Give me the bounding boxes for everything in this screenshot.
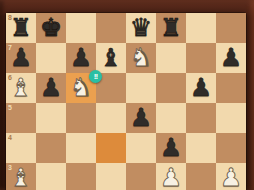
square-a4[interactable]: 4 xyxy=(6,133,36,163)
square-g4[interactable] xyxy=(186,133,216,163)
piece-white-bishop-a6[interactable]: ♝ xyxy=(6,73,36,103)
square-d8[interactable] xyxy=(96,13,126,43)
square-b3[interactable] xyxy=(36,163,66,190)
square-a5[interactable]: 5 xyxy=(6,103,36,133)
square-h5[interactable] xyxy=(216,103,246,133)
square-d5[interactable] xyxy=(96,103,126,133)
brilliant-move-badge: !! xyxy=(89,70,102,83)
square-h8[interactable] xyxy=(216,13,246,43)
piece-white-knight-e7[interactable]: ♞ xyxy=(126,43,156,73)
square-b6[interactable]: ♟ xyxy=(36,73,66,103)
square-h3[interactable]: ♟ xyxy=(216,163,246,190)
square-e5[interactable]: ♟ xyxy=(126,103,156,133)
square-f4[interactable]: ♟ xyxy=(156,133,186,163)
square-e8[interactable]: ♛ xyxy=(126,13,156,43)
piece-black-rook-a8[interactable]: ♜ xyxy=(6,13,36,43)
square-c8[interactable] xyxy=(66,13,96,43)
piece-black-pawn-e5[interactable]: ♟ xyxy=(126,103,156,133)
square-f5[interactable] xyxy=(156,103,186,133)
square-d4[interactable] xyxy=(96,133,126,163)
square-c5[interactable] xyxy=(66,103,96,133)
app-background: 8♜♚♛♜7♟♟♝♞♟6♝♟♞!!♟5♟4♟3♝♟♟ xyxy=(0,0,254,190)
piece-black-pawn-c7[interactable]: ♟ xyxy=(66,43,96,73)
square-b8[interactable]: ♚ xyxy=(36,13,66,43)
square-f6[interactable] xyxy=(156,73,186,103)
piece-black-queen-e8[interactable]: ♛ xyxy=(126,13,156,43)
square-h7[interactable]: ♟ xyxy=(216,43,246,73)
piece-black-pawn-a7[interactable]: ♟ xyxy=(6,43,36,73)
square-b5[interactable] xyxy=(36,103,66,133)
piece-white-bishop-a3[interactable]: ♝ xyxy=(6,163,36,190)
square-g3[interactable] xyxy=(186,163,216,190)
square-f7[interactable] xyxy=(156,43,186,73)
rank-label-5: 5 xyxy=(8,104,12,112)
square-d7[interactable]: ♝ xyxy=(96,43,126,73)
square-a8[interactable]: 8♜ xyxy=(6,13,36,43)
chess-board: 8♜♚♛♜7♟♟♝♞♟6♝♟♞!!♟5♟4♟3♝♟♟ xyxy=(6,13,246,190)
square-e3[interactable] xyxy=(126,163,156,190)
piece-black-pawn-f4[interactable]: ♟ xyxy=(156,133,186,163)
square-a7[interactable]: 7♟ xyxy=(6,43,36,73)
rank-label-4: 4 xyxy=(8,134,12,142)
piece-white-pawn-f3[interactable]: ♟ xyxy=(156,163,186,190)
square-f3[interactable]: ♟ xyxy=(156,163,186,190)
piece-black-pawn-h7[interactable]: ♟ xyxy=(216,43,246,73)
square-e6[interactable] xyxy=(126,73,156,103)
square-g5[interactable] xyxy=(186,103,216,133)
piece-white-pawn-h3[interactable]: ♟ xyxy=(216,163,246,190)
square-g7[interactable] xyxy=(186,43,216,73)
square-f8[interactable]: ♜ xyxy=(156,13,186,43)
square-b7[interactable] xyxy=(36,43,66,73)
square-c4[interactable] xyxy=(66,133,96,163)
square-d3[interactable] xyxy=(96,163,126,190)
square-g6[interactable]: ♟ xyxy=(186,73,216,103)
piece-black-pawn-b6[interactable]: ♟ xyxy=(36,73,66,103)
piece-black-pawn-g6[interactable]: ♟ xyxy=(186,73,216,103)
piece-black-bishop-d7[interactable]: ♝ xyxy=(96,43,126,73)
square-h6[interactable] xyxy=(216,73,246,103)
piece-black-king-b8[interactable]: ♚ xyxy=(36,13,66,43)
square-c6[interactable]: ♞!! xyxy=(66,73,96,103)
square-e7[interactable]: ♞ xyxy=(126,43,156,73)
square-a3[interactable]: 3♝ xyxy=(6,163,36,190)
square-e4[interactable] xyxy=(126,133,156,163)
square-b4[interactable] xyxy=(36,133,66,163)
brilliant-move-symbol: !! xyxy=(94,70,97,83)
piece-black-rook-f8[interactable]: ♜ xyxy=(156,13,186,43)
square-g8[interactable] xyxy=(186,13,216,43)
square-c7[interactable]: ♟ xyxy=(66,43,96,73)
square-h4[interactable] xyxy=(216,133,246,163)
square-a6[interactable]: 6♝ xyxy=(6,73,36,103)
square-c3[interactable] xyxy=(66,163,96,190)
